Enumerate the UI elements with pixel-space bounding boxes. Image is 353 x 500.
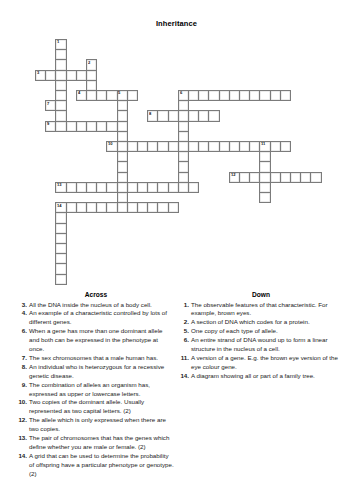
down-clues-section: Down 1.The observable features of that c… (180, 291, 342, 381)
clue-number: 13. (18, 434, 29, 452)
clue-item: 2.A section of DNA which codes for a pro… (180, 318, 342, 327)
cell-number: 2 (88, 61, 90, 65)
across-clue-list: 3.All the DNA inside the nucleus of a bo… (18, 301, 174, 479)
crossword-cell[interactable] (208, 110, 219, 121)
crossword-cell[interactable] (259, 192, 270, 203)
clue-text: When a gene has more than one dominant a… (29, 327, 174, 354)
cell-number: 1 (57, 40, 59, 44)
clue-number: 1. (180, 301, 191, 319)
crossword-cell[interactable] (55, 274, 66, 285)
crossword-cell[interactable] (280, 90, 291, 101)
clue-text: All the DNA inside the nucleus of a body… (29, 301, 174, 310)
clue-text: A diagram showing all or part of a famil… (191, 372, 342, 381)
clue-number: 7. (18, 354, 29, 363)
clue-text: An entire strand of DNA wound up to form… (191, 336, 342, 354)
clue-item: 7.The sex chromosomes that a male human … (18, 354, 174, 363)
clue-text: The pair of chromosomes that has the gen… (29, 434, 174, 452)
crossword-cell[interactable] (168, 182, 179, 193)
clue-number: 6. (180, 336, 191, 354)
cell-number: 12 (231, 173, 236, 177)
across-clues-section: Across 3.All the DNA inside the nucleus … (18, 291, 174, 479)
clue-item: 4.An example of a characteristic control… (18, 309, 174, 327)
cell-number: 6 (180, 91, 182, 95)
clue-item: 12.The allele which is only expressed wh… (18, 416, 174, 434)
clue-item: 10.Two copies of the dominant allele. Us… (18, 398, 174, 416)
crossword-grid: 1234567891011121314 (0, 0, 353, 290)
clue-text: The observable features of that characte… (191, 301, 342, 319)
clue-number: 3. (18, 301, 29, 310)
clue-number: 6. (18, 327, 29, 354)
crossword-cell[interactable]: 4 (76, 90, 87, 101)
clue-item: 3.All the DNA inside the nucleus of a bo… (18, 301, 174, 310)
clue-item: 6.An entire strand of DNA wound up to fo… (180, 336, 342, 354)
cell-number: 5 (118, 91, 120, 95)
crossword-cell[interactable] (76, 70, 87, 81)
cell-number: 8 (149, 112, 151, 116)
clue-item: 5.One copy of each type of allele. (180, 327, 342, 336)
clue-item: 14.A grid that can be used to determine … (18, 452, 174, 479)
clue-item: 14.A diagram showing all or part of a fa… (180, 372, 342, 381)
clue-text: Two copies of the dominant allele. Usual… (29, 398, 174, 416)
clue-item: 13.The pair of chromosomes that has the … (18, 434, 174, 452)
clue-text: A section of DNA which codes for a prote… (191, 318, 342, 327)
clue-text: A grid that can be used to determine the… (29, 452, 174, 479)
cell-number: 9 (47, 122, 49, 126)
crossword-cell[interactable] (106, 182, 117, 193)
across-heading: Across (18, 291, 174, 298)
clue-text: The sex chromosomes that a male human ha… (29, 354, 174, 363)
down-clue-list: 1.The observable features of that charac… (180, 301, 342, 381)
clue-number: 9. (18, 381, 29, 399)
crossword-cell[interactable] (310, 172, 321, 183)
clue-item: 1.The observable features of that charac… (180, 301, 342, 319)
clue-item: 8.An individual who is heterozygous for … (18, 363, 174, 381)
clue-number: 11. (180, 354, 191, 372)
clue-text: A version of a gene. E.g. the brown eye … (191, 354, 342, 372)
clue-number: 5. (180, 327, 191, 336)
crossword-cell[interactable] (106, 202, 117, 213)
clue-item: 11.A version of a gene. E.g. the brown e… (180, 354, 342, 372)
down-heading: Down (180, 291, 342, 298)
clue-number: 10. (18, 398, 29, 416)
crossword-cell[interactable] (249, 172, 260, 183)
crossword-cell[interactable] (45, 70, 56, 81)
clue-number: 14. (18, 452, 29, 479)
cell-number: 4 (78, 91, 80, 95)
crossword-cell[interactable] (127, 90, 138, 101)
clue-number: 12. (18, 416, 29, 434)
clue-text: One copy of each type of allele. (191, 327, 342, 336)
clue-text: The allele which is only expressed when … (29, 416, 174, 434)
crossword-cell[interactable] (188, 182, 199, 193)
crossword-cell[interactable] (106, 121, 117, 132)
clue-text: An individual who is heterozygous for a … (29, 363, 174, 381)
clue-number: 14. (180, 372, 191, 381)
clue-number: 2. (180, 318, 191, 327)
cell-number: 13 (57, 183, 62, 187)
clue-text: The combination of alleles an organism h… (29, 381, 174, 399)
crossword-cell[interactable] (168, 141, 179, 152)
cell-number: 14 (57, 204, 62, 208)
cell-number: 11 (261, 142, 265, 146)
cell-number: 7 (47, 102, 49, 106)
crossword-cell[interactable] (168, 202, 179, 213)
crossword-cell[interactable] (280, 141, 291, 152)
clue-number: 4. (18, 309, 29, 327)
clue-item: 6.When a gene has more than one dominant… (18, 327, 174, 354)
clue-item: 9.The combination of alleles an organism… (18, 381, 174, 399)
cell-number: 10 (108, 142, 113, 146)
crossword-cell[interactable] (168, 110, 179, 121)
clue-text: An example of a characteristic controlle… (29, 309, 174, 327)
clue-number: 8. (18, 363, 29, 381)
crossword-cell[interactable]: 10 (106, 141, 117, 152)
crossword-cell[interactable]: 9 (45, 121, 56, 132)
crossword-cell[interactable]: 7 (45, 100, 56, 111)
cell-number: 3 (37, 71, 39, 75)
